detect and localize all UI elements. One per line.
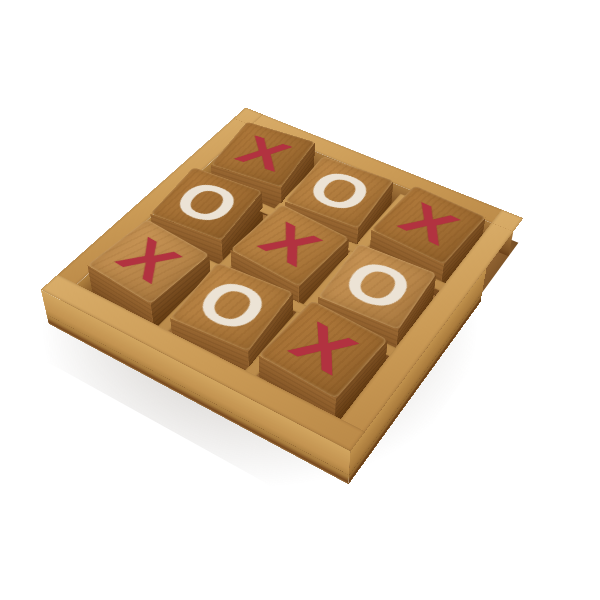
cell-mark: X (228, 130, 297, 177)
cell-mark: X (279, 314, 366, 383)
tictactoe-board: X O X O X (47, 134, 518, 477)
product-photo-scene: X O X O X (0, 0, 600, 600)
cell-mark: X (249, 216, 330, 274)
